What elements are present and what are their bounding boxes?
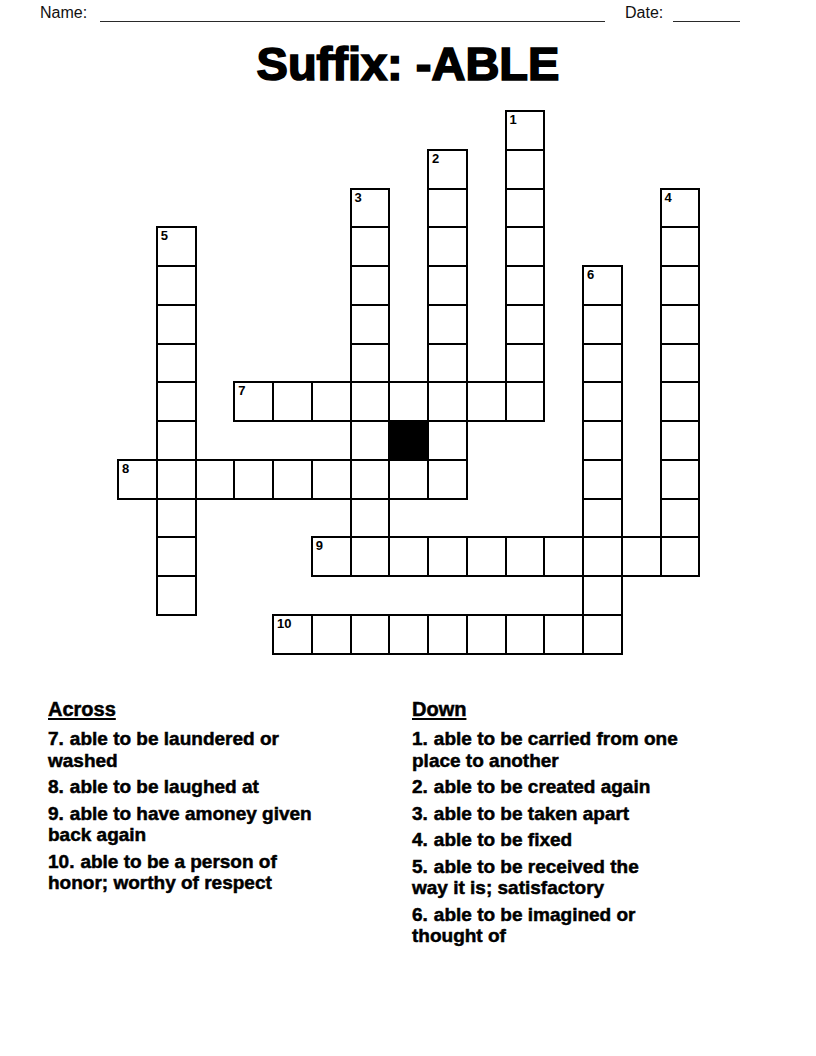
cell-number-7: 7 xyxy=(238,383,245,398)
cell-r6c6[interactable] xyxy=(350,343,391,384)
cell-r11c10[interactable] xyxy=(505,536,546,577)
cell-r2c6[interactable]: 3 xyxy=(350,188,391,229)
cell-r9c5[interactable] xyxy=(311,459,352,500)
cell-r7c4[interactable] xyxy=(272,381,313,422)
cell-r9c6[interactable] xyxy=(350,459,391,500)
cell-r5c14[interactable] xyxy=(660,304,701,345)
cell-number-4: 4 xyxy=(665,190,672,205)
cell-r7c1[interactable] xyxy=(156,381,197,422)
cell-r13c10[interactable] xyxy=(505,614,546,655)
cell-r7c9[interactable] xyxy=(466,381,507,422)
cell-r9c8[interactable] xyxy=(427,459,468,500)
across-clue-8: 8.able to be laughed at xyxy=(48,776,406,798)
cell-r4c14[interactable] xyxy=(660,265,701,306)
clue-number: 5. xyxy=(412,856,428,877)
clue-number: 1. xyxy=(412,728,428,749)
cell-r10c1[interactable] xyxy=(156,498,197,539)
clue-text: able to be fixed xyxy=(434,829,572,850)
cell-number-10: 10 xyxy=(277,616,291,631)
cell-r5c6[interactable] xyxy=(350,304,391,345)
name-label: Name: xyxy=(40,4,87,22)
cell-r3c14[interactable] xyxy=(660,226,701,267)
cell-number-1: 1 xyxy=(510,112,517,127)
cell-r12c1[interactable] xyxy=(156,575,197,616)
cell-r13c9[interactable] xyxy=(466,614,507,655)
crossword-grid: 12345678910 xyxy=(117,110,705,658)
cell-r13c5[interactable] xyxy=(311,614,352,655)
cell-r7c10[interactable] xyxy=(505,381,546,422)
cell-r6c14[interactable] xyxy=(660,343,701,384)
cell-r10c14[interactable] xyxy=(660,498,701,539)
cell-r4c6[interactable] xyxy=(350,265,391,306)
down-heading: Down xyxy=(412,698,770,721)
cell-r12c12[interactable] xyxy=(582,575,623,616)
across-clue-9: 9.able to have amoney given back again xyxy=(48,803,406,846)
clue-text: able to be a person of honor; worthy of … xyxy=(48,851,277,894)
cell-r2c8[interactable] xyxy=(427,188,468,229)
cell-r8c8[interactable] xyxy=(427,420,468,461)
cell-r8c12[interactable] xyxy=(582,420,623,461)
cell-r5c8[interactable] xyxy=(427,304,468,345)
cell-r13c11[interactable] xyxy=(543,614,584,655)
cell-r11c7[interactable] xyxy=(388,536,429,577)
cell-r9c3[interactable] xyxy=(233,459,274,500)
clue-number: 6. xyxy=(412,904,428,925)
clue-number: 10. xyxy=(48,851,74,872)
clue-text: able to be laughed at xyxy=(70,776,259,797)
page-title: Suffix: -ABLE xyxy=(0,36,816,91)
cell-r3c6[interactable] xyxy=(350,226,391,267)
clue-text: able to be imagined or thought of xyxy=(412,904,636,947)
cell-r5c10[interactable] xyxy=(505,304,546,345)
cell-r11c9[interactable] xyxy=(466,536,507,577)
cell-number-3: 3 xyxy=(355,190,362,205)
cell-r10c12[interactable] xyxy=(582,498,623,539)
down-clue-1: 1.able to be carried from one place to a… xyxy=(412,728,770,771)
crossword-worksheet: Name: Date: Suffix: -ABLE 12345678910 Ac… xyxy=(0,0,816,1056)
cell-r4c12[interactable]: 6 xyxy=(582,265,623,306)
header-bar: Name: Date: xyxy=(0,0,816,30)
cell-r5c12[interactable] xyxy=(582,304,623,345)
cell-r8c6[interactable] xyxy=(350,420,391,461)
clue-number: 2. xyxy=(412,776,428,797)
cell-number-6: 6 xyxy=(587,267,594,282)
cell-r13c12[interactable] xyxy=(582,614,623,655)
across-heading: Across xyxy=(48,698,406,721)
cell-r8c1[interactable] xyxy=(156,420,197,461)
cell-number-8: 8 xyxy=(122,461,129,476)
cell-r13c4[interactable]: 10 xyxy=(272,614,313,655)
date-label: Date: xyxy=(625,4,663,22)
cell-r2c14[interactable]: 4 xyxy=(660,188,701,229)
cell-r7c5[interactable] xyxy=(311,381,352,422)
down-clue-3: 3.able to be taken apart xyxy=(412,803,770,825)
cell-r9c2[interactable] xyxy=(195,459,236,500)
clue-number: 7. xyxy=(48,728,64,749)
cell-r6c8[interactable] xyxy=(427,343,468,384)
cell-number-2: 2 xyxy=(432,151,439,166)
down-list: 1.able to be carried from one place to a… xyxy=(412,728,770,947)
cell-r10c6[interactable] xyxy=(350,498,391,539)
cell-r13c8[interactable] xyxy=(427,614,468,655)
cell-number-9: 9 xyxy=(316,538,323,553)
across-clue-7: 7.able to be laundered or washed xyxy=(48,728,406,771)
cell-r7c14[interactable] xyxy=(660,381,701,422)
clue-text: able to be laundered or washed xyxy=(48,728,279,771)
down-clues: Down 1.able to be carried from one place… xyxy=(412,698,770,952)
cell-r9c0[interactable]: 8 xyxy=(117,459,158,500)
cell-r3c1[interactable]: 5 xyxy=(156,226,197,267)
cell-r11c1[interactable] xyxy=(156,536,197,577)
across-clue-10: 10.able to be a person of honor; worthy … xyxy=(48,851,406,894)
cell-r6c10[interactable] xyxy=(505,343,546,384)
clue-number: 9. xyxy=(48,803,64,824)
cell-r7c7[interactable] xyxy=(388,381,429,422)
cell-r8c14[interactable] xyxy=(660,420,701,461)
cell-r7c12[interactable] xyxy=(582,381,623,422)
cell-number-5: 5 xyxy=(161,228,168,243)
cell-r9c1[interactable] xyxy=(156,459,197,500)
cell-r3c10[interactable] xyxy=(505,226,546,267)
clue-text: able to be created again xyxy=(434,776,650,797)
clue-text: able to be received the way it is; satis… xyxy=(412,856,639,899)
cell-r9c14[interactable] xyxy=(660,459,701,500)
cell-r13c7[interactable] xyxy=(388,614,429,655)
cell-r7c8[interactable] xyxy=(427,381,468,422)
cell-r1c10[interactable] xyxy=(505,149,546,190)
across-list: 7.able to be laundered or washed8.able t… xyxy=(48,728,406,894)
cell-r1c8[interactable]: 2 xyxy=(427,149,468,190)
date-blank[interactable] xyxy=(673,4,740,22)
down-clue-5: 5.able to be received the way it is; sat… xyxy=(412,856,770,899)
clue-number: 3. xyxy=(412,803,428,824)
cell-r11c14[interactable] xyxy=(660,536,701,577)
cell-r4c10[interactable] xyxy=(505,265,546,306)
cell-r6c12[interactable] xyxy=(582,343,623,384)
cell-r5c1[interactable] xyxy=(156,304,197,345)
cell-r4c8[interactable] xyxy=(427,265,468,306)
cell-r11c6[interactable] xyxy=(350,536,391,577)
cell-r11c12[interactable] xyxy=(582,536,623,577)
clue-text: able to be carried from one place to ano… xyxy=(412,728,678,771)
down-clue-2: 2.able to be created again xyxy=(412,776,770,798)
cell-r7c3[interactable]: 7 xyxy=(233,381,274,422)
cell-r4c1[interactable] xyxy=(156,265,197,306)
down-clue-4: 4.able to be fixed xyxy=(412,829,770,851)
cell-r9c12[interactable] xyxy=(582,459,623,500)
black-cell-r8c7 xyxy=(388,420,429,461)
cell-r6c1[interactable] xyxy=(156,343,197,384)
clue-number: 8. xyxy=(48,776,64,797)
cell-r13c6[interactable] xyxy=(350,614,391,655)
cell-r11c5[interactable]: 9 xyxy=(311,536,352,577)
cell-r11c13[interactable] xyxy=(621,536,662,577)
cell-r9c4[interactable] xyxy=(272,459,313,500)
cell-r0c10[interactable]: 1 xyxy=(505,110,546,151)
cell-r9c7[interactable] xyxy=(388,459,429,500)
name-blank[interactable] xyxy=(100,4,605,22)
cell-r3c8[interactable] xyxy=(427,226,468,267)
cell-r11c8[interactable] xyxy=(427,536,468,577)
clue-text: able to be taken apart xyxy=(434,803,629,824)
clue-number: 4. xyxy=(412,829,428,850)
across-clues: Across 7.able to be laundered or washed8… xyxy=(48,698,406,899)
down-clue-6: 6.able to be imagined or thought of xyxy=(412,904,770,947)
cell-r2c10[interactable] xyxy=(505,188,546,229)
clue-text: able to have amoney given back again xyxy=(48,803,312,846)
cell-r11c11[interactable] xyxy=(543,536,584,577)
cell-r7c6[interactable] xyxy=(350,381,391,422)
